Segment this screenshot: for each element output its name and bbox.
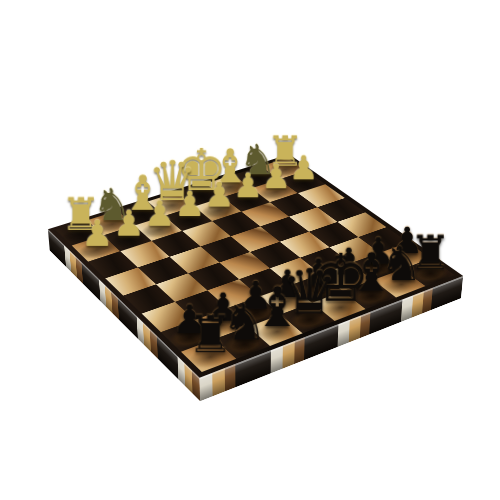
chess-board: ♜♞♝♛♚♝♞♜♟♟♟♟♟♟♟♟♟♟♟♟♟♟♟♟♜♞♝♛♚♝♞♜: [48, 154, 463, 377]
chess-set-photo: ♜♞♝♛♚♝♞♜♟♟♟♟♟♟♟♟♟♟♟♟♟♟♟♟♜♞♝♛♚♝♞♜: [0, 0, 500, 500]
piece-white-pawn: ♟: [113, 206, 145, 241]
piece-white-pawn: ♟: [204, 178, 235, 212]
piece-white-pawn: ♟: [289, 152, 319, 185]
piece-white-pawn: ♟: [261, 160, 291, 194]
piece-white-pawn: ♟: [144, 196, 175, 231]
piece-white-pawn: ♟: [233, 169, 263, 203]
piece-black-rook: ♜: [187, 308, 233, 360]
board-grid: ♜♞♝♛♚♝♞♜♟♟♟♟♟♟♟♟♟♟♟♟♟♟♟♟♜♞♝♛♚♝♞♜: [56, 158, 455, 372]
piece-white-pawn: ♟: [174, 187, 205, 222]
piece-white-pawn: ♟: [81, 216, 113, 252]
